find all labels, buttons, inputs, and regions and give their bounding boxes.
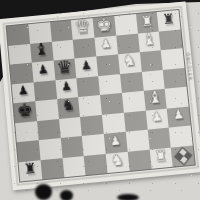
square-h5[interactable] bbox=[163, 67, 187, 88]
square-h1[interactable] bbox=[171, 145, 195, 167]
square-f2[interactable] bbox=[125, 130, 149, 152]
white-rook[interactable]: ♜ bbox=[154, 148, 168, 163]
square-b7[interactable]: ♝ bbox=[30, 41, 53, 62]
square-g2[interactable] bbox=[147, 128, 171, 150]
chess-board: ♛♚♜♜♝♟♝♟♛♟♞♟♟♚♞♝♟♟♟♜♞♜ ÖNCÜLER bbox=[0, 1, 200, 190]
white-pawn[interactable]: ♟ bbox=[151, 110, 163, 123]
square-d3[interactable] bbox=[80, 114, 104, 136]
offboard-captured-piece bbox=[117, 194, 139, 200]
square-d1[interactable] bbox=[84, 153, 108, 175]
white-queen[interactable]: ♛ bbox=[74, 17, 92, 36]
square-g3[interactable]: ♟ bbox=[145, 108, 169, 130]
square-c6[interactable]: ♛ bbox=[53, 58, 76, 79]
square-b5[interactable] bbox=[33, 80, 56, 101]
white-bishop[interactable]: ♝ bbox=[141, 31, 157, 48]
white-knight[interactable]: ♞ bbox=[110, 152, 125, 168]
square-e5[interactable] bbox=[98, 74, 122, 95]
square-a6[interactable] bbox=[10, 63, 33, 84]
black-rook[interactable]: ♜ bbox=[23, 161, 37, 176]
square-b3[interactable] bbox=[37, 119, 61, 141]
square-c3[interactable] bbox=[58, 116, 82, 138]
square-a4[interactable]: ♚ bbox=[13, 101, 36, 123]
square-e3[interactable] bbox=[102, 112, 126, 134]
square-g7[interactable]: ♝ bbox=[137, 31, 160, 52]
square-d2[interactable] bbox=[82, 134, 106, 156]
white-pawn[interactable]: ♟ bbox=[100, 37, 112, 50]
square-c1[interactable] bbox=[62, 156, 86, 178]
square-a8[interactable] bbox=[7, 24, 30, 45]
square-g1[interactable]: ♜ bbox=[149, 147, 173, 169]
square-e6[interactable] bbox=[96, 54, 119, 75]
white-knight[interactable]: ♞ bbox=[122, 53, 137, 69]
square-f6[interactable]: ♞ bbox=[118, 52, 141, 73]
black-rook[interactable]: ♜ bbox=[162, 11, 176, 26]
square-e4[interactable] bbox=[100, 93, 124, 114]
offboard-captured-piece bbox=[35, 184, 52, 200]
square-h8[interactable]: ♜ bbox=[157, 10, 180, 31]
square-f5[interactable] bbox=[120, 72, 144, 93]
square-h3[interactable]: ♟ bbox=[167, 106, 191, 128]
square-d8[interactable]: ♛ bbox=[71, 18, 94, 39]
black-bishop[interactable]: ♝ bbox=[33, 41, 49, 58]
white-king[interactable]: ♚ bbox=[95, 15, 113, 34]
square-f3[interactable] bbox=[124, 110, 148, 132]
square-g4[interactable]: ♝ bbox=[143, 89, 167, 110]
black-pawn[interactable]: ♟ bbox=[37, 63, 49, 76]
black-pawn[interactable]: ♟ bbox=[61, 80, 73, 93]
square-d4[interactable] bbox=[78, 95, 102, 116]
square-h4[interactable] bbox=[165, 87, 189, 108]
white-pawn[interactable]: ♟ bbox=[173, 108, 185, 121]
square-a7[interactable] bbox=[8, 43, 31, 64]
square-b1[interactable] bbox=[40, 158, 64, 180]
white-rook[interactable]: ♜ bbox=[140, 13, 154, 28]
square-d5[interactable] bbox=[77, 76, 100, 97]
board-brand-text: ÖNCÜLER bbox=[185, 52, 193, 81]
board-grid: ♛♚♜♜♝♟♝♟♛♟♞♟♟♚♞♝♟♟♟♜♞♜ bbox=[7, 10, 195, 182]
offboard-captured-piece bbox=[60, 190, 73, 200]
square-f8[interactable] bbox=[114, 14, 137, 35]
square-d6[interactable]: ♟ bbox=[75, 56, 98, 77]
black-queen[interactable]: ♛ bbox=[56, 58, 74, 77]
black-pawn[interactable]: ♟ bbox=[80, 59, 92, 72]
square-h6[interactable] bbox=[161, 48, 185, 69]
square-a1[interactable]: ♜ bbox=[18, 160, 42, 182]
square-b6[interactable]: ♟ bbox=[32, 61, 55, 82]
chessboard-photo: ♛♚♜♜♝♟♝♟♛♟♞♟♟♚♞♝♟♟♟♜♞♜ ÖNCÜLER bbox=[0, 0, 200, 200]
square-b4[interactable] bbox=[35, 99, 58, 121]
square-a3[interactable] bbox=[15, 121, 38, 143]
square-h7[interactable] bbox=[159, 29, 183, 50]
square-g6[interactable] bbox=[139, 50, 163, 71]
board-logo-emblem bbox=[174, 147, 192, 165]
square-c2[interactable] bbox=[60, 136, 84, 158]
square-c4[interactable]: ♞ bbox=[57, 97, 80, 118]
white-bishop[interactable]: ♝ bbox=[147, 89, 163, 106]
white-pawn[interactable]: ♟ bbox=[109, 134, 121, 147]
square-b2[interactable] bbox=[39, 138, 63, 160]
square-f4[interactable] bbox=[122, 91, 146, 112]
square-f1[interactable] bbox=[127, 149, 151, 171]
square-d7[interactable] bbox=[73, 37, 96, 58]
black-knight[interactable]: ♞ bbox=[61, 98, 76, 114]
black-pawn[interactable]: ♟ bbox=[17, 84, 29, 97]
square-a2[interactable] bbox=[17, 140, 41, 162]
square-e8[interactable]: ♚ bbox=[93, 16, 116, 37]
square-c8[interactable] bbox=[50, 20, 73, 41]
black-king[interactable]: ♚ bbox=[16, 100, 34, 119]
square-h2[interactable] bbox=[169, 126, 193, 148]
square-e7[interactable]: ♟ bbox=[94, 35, 117, 56]
square-e1[interactable]: ♞ bbox=[106, 151, 130, 173]
